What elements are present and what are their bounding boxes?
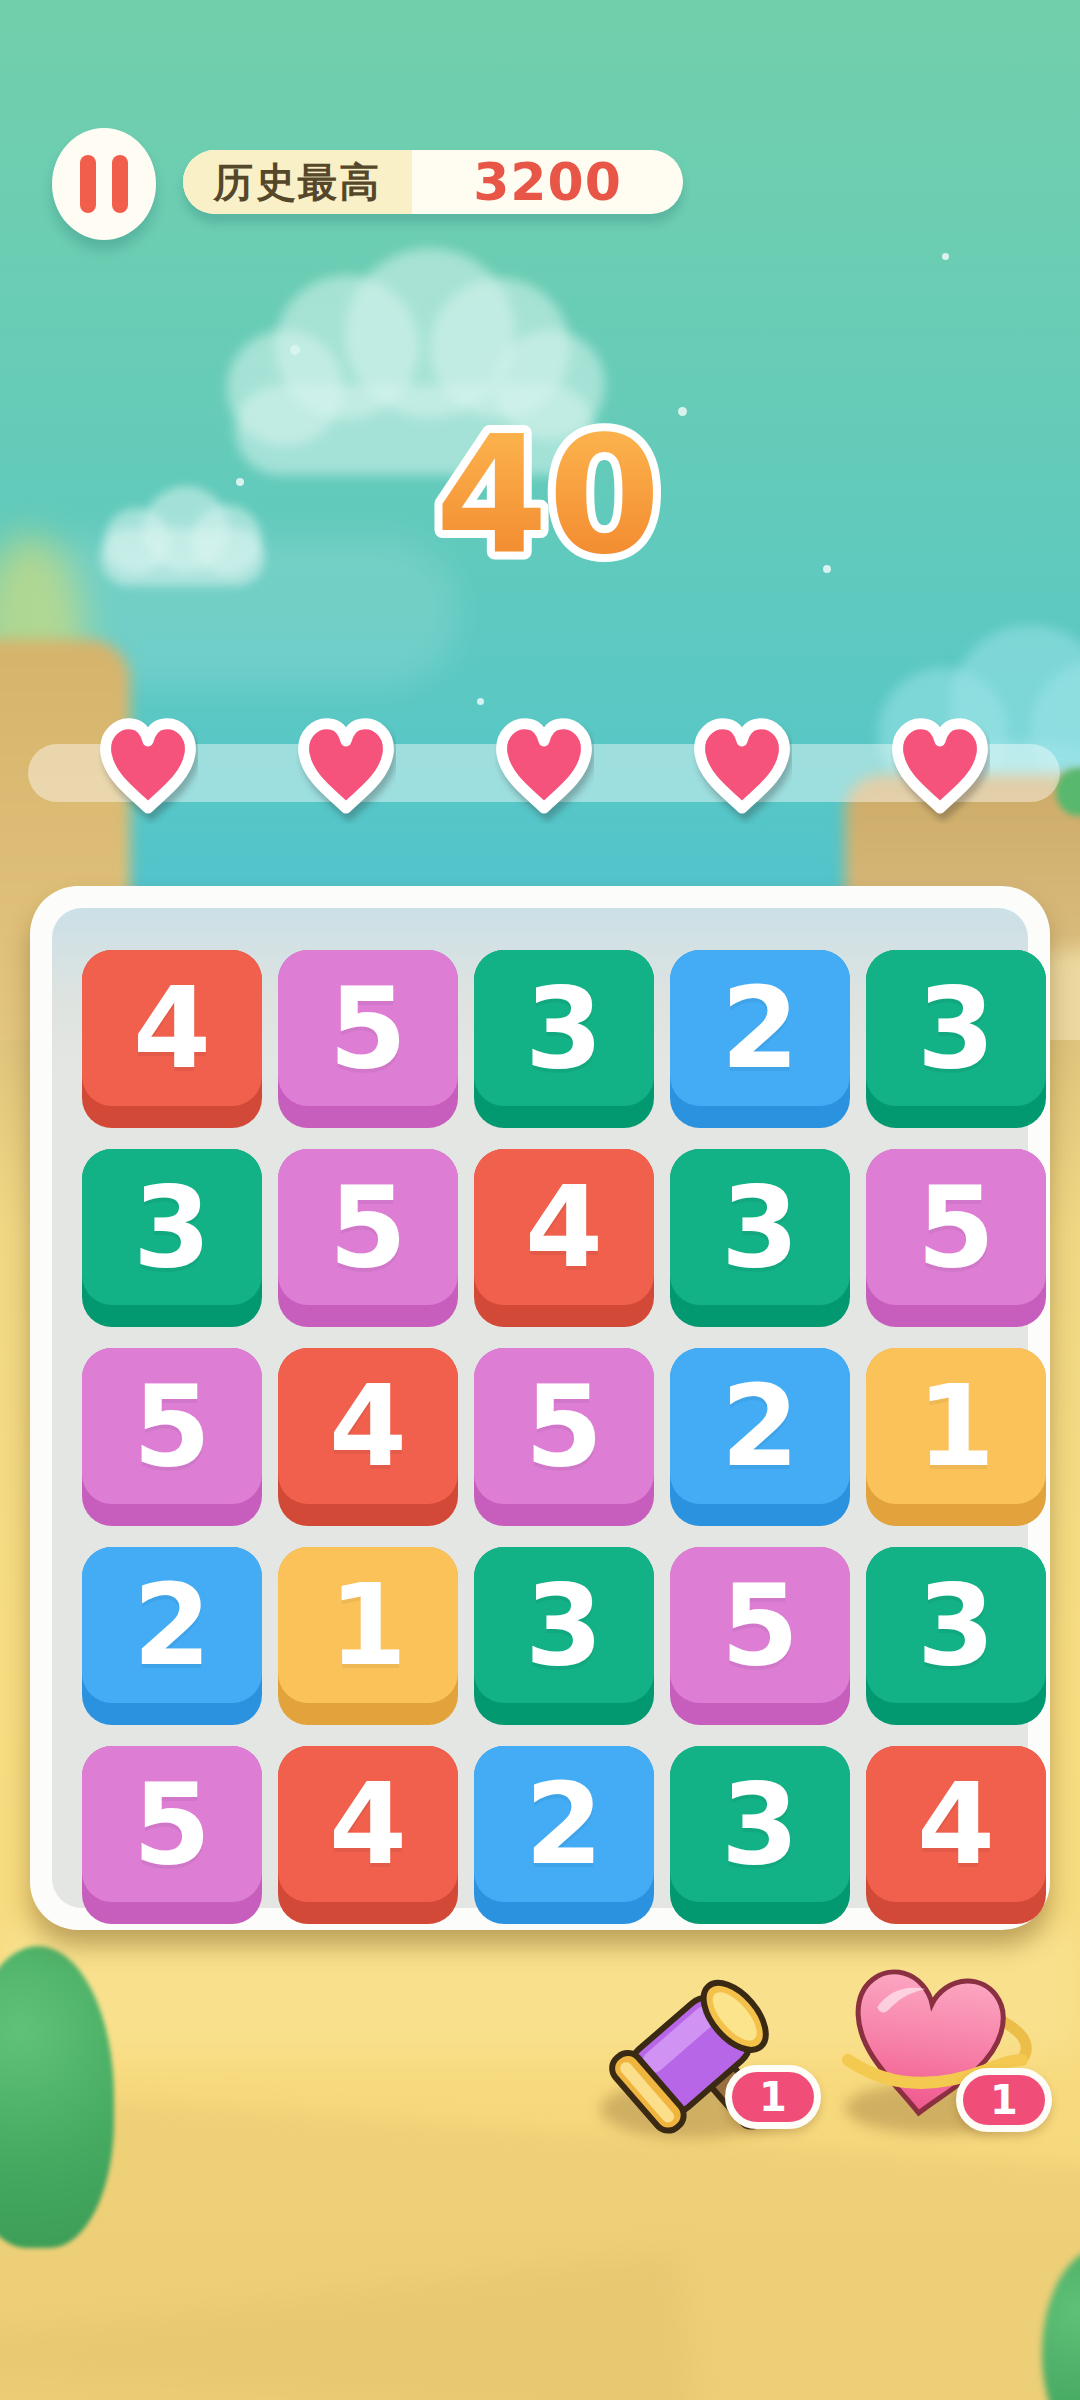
- tile-number: 3: [133, 1171, 211, 1283]
- tile-number: 3: [917, 1569, 995, 1681]
- board-grid: 4532335435545212135354234: [82, 950, 1046, 1924]
- tile-r3c1[interactable]: 5: [82, 1348, 262, 1526]
- tile-number: 2: [721, 1370, 799, 1482]
- tile-r2c3[interactable]: 4: [474, 1149, 654, 1327]
- game-screen: 历史最高 3200 40 4532335435545212135354234: [0, 0, 1080, 2400]
- best-score-value: 3200: [473, 152, 622, 212]
- tile-r1c1[interactable]: 4: [82, 950, 262, 1128]
- tile-r2c1[interactable]: 3: [82, 1149, 262, 1327]
- tile-r3c4[interactable]: 2: [670, 1348, 850, 1526]
- tile-r5c2[interactable]: 4: [278, 1746, 458, 1924]
- tile-number: 3: [525, 972, 603, 1084]
- sparkle-dot: [236, 478, 244, 486]
- pause-icon: [112, 155, 128, 213]
- tile-number: 1: [917, 1370, 995, 1482]
- tile-number: 5: [133, 1370, 211, 1482]
- best-score-label: 历史最高: [214, 155, 382, 210]
- hammer-powerup[interactable]: 1: [602, 1958, 802, 2158]
- current-score: 40: [340, 380, 740, 610]
- tile-r3c5[interactable]: 1: [866, 1348, 1046, 1526]
- best-score-label-segment: 历史最高: [183, 150, 412, 214]
- tile-number: 2: [721, 972, 799, 1084]
- sparkle-dot: [942, 253, 949, 260]
- life-heart-icon: [692, 716, 792, 824]
- pause-button[interactable]: [52, 128, 156, 240]
- tile-r3c3[interactable]: 5: [474, 1348, 654, 1526]
- tile-number: 4: [133, 972, 211, 1084]
- tile-number: 2: [525, 1768, 603, 1880]
- tile-number: 4: [525, 1171, 603, 1283]
- heart-powerup[interactable]: 1: [836, 1962, 1056, 2142]
- tile-r5c1[interactable]: 5: [82, 1746, 262, 1924]
- tile-r1c5[interactable]: 3: [866, 950, 1046, 1128]
- tile-r4c1[interactable]: 2: [82, 1547, 262, 1725]
- best-score-value-segment: 3200: [412, 150, 683, 214]
- tile-number: 5: [133, 1768, 211, 1880]
- tile-number: 3: [917, 972, 995, 1084]
- tile-number: 2: [133, 1569, 211, 1681]
- tile-number: 4: [329, 1370, 407, 1482]
- tile-number: 5: [329, 1171, 407, 1283]
- life-heart-icon: [296, 716, 396, 824]
- tile-r5c5[interactable]: 4: [866, 1746, 1046, 1924]
- tile-number: 1: [329, 1569, 407, 1681]
- tile-number: 3: [721, 1171, 799, 1283]
- board: 4532335435545212135354234: [30, 886, 1050, 1930]
- heart-count-badge: 1: [956, 2068, 1052, 2132]
- tile-r1c2[interactable]: 5: [278, 950, 458, 1128]
- tile-r1c4[interactable]: 2: [670, 950, 850, 1128]
- tile-r2c4[interactable]: 3: [670, 1149, 850, 1327]
- tile-r5c4[interactable]: 3: [670, 1746, 850, 1924]
- tile-r4c2[interactable]: 1: [278, 1547, 458, 1725]
- life-heart-icon: [98, 716, 198, 824]
- tile-number: 5: [917, 1171, 995, 1283]
- hammer-count: 1: [759, 2077, 787, 2117]
- tile-r2c5[interactable]: 5: [866, 1149, 1046, 1327]
- best-score-badge: 历史最高 3200: [183, 150, 683, 214]
- tile-number: 3: [525, 1569, 603, 1681]
- life-heart-icon: [890, 716, 990, 824]
- pause-icon: [80, 155, 96, 213]
- tile-number: 4: [917, 1768, 995, 1880]
- sparkle-dot: [823, 565, 831, 573]
- sparkle-dot: [477, 698, 484, 705]
- tile-r4c3[interactable]: 3: [474, 1547, 654, 1725]
- tile-r3c2[interactable]: 4: [278, 1348, 458, 1526]
- tile-number: 5: [525, 1370, 603, 1482]
- tile-number: 5: [329, 972, 407, 1084]
- board-panel: 4532335435545212135354234: [52, 908, 1028, 1908]
- tile-number: 3: [721, 1768, 799, 1880]
- tile-r4c5[interactable]: 3: [866, 1547, 1046, 1725]
- tile-number: 4: [329, 1768, 407, 1880]
- life-heart-icon: [494, 716, 594, 824]
- tile-r5c3[interactable]: 2: [474, 1746, 654, 1924]
- tile-r1c3[interactable]: 3: [474, 950, 654, 1128]
- tile-r4c4[interactable]: 5: [670, 1547, 850, 1725]
- heart-count: 1: [990, 2080, 1018, 2120]
- tile-r2c2[interactable]: 5: [278, 1149, 458, 1327]
- hammer-count-badge: 1: [725, 2065, 821, 2129]
- tile-number: 5: [721, 1569, 799, 1681]
- current-score-number: 40: [435, 402, 660, 590]
